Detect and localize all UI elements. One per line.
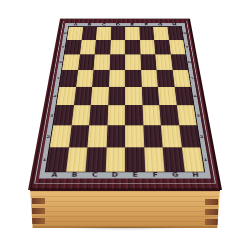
square-e6 [125, 54, 141, 70]
square-b5 [76, 70, 94, 87]
square-h8 [167, 27, 183, 40]
coordinate-label: D [105, 172, 125, 178]
square-f7 [140, 40, 156, 54]
square-b4 [74, 87, 93, 105]
square-c3 [89, 105, 108, 125]
square-f6 [140, 54, 156, 70]
squares-grid [45, 26, 205, 172]
square-c4 [91, 87, 109, 105]
square-d2 [106, 125, 125, 147]
coordinate-label: H [185, 172, 206, 178]
square-h4 [174, 87, 193, 105]
square-c2 [87, 125, 107, 147]
square-e3 [125, 105, 143, 125]
coordinate-label: C [84, 172, 105, 178]
chessboard-lid-top: ABCDEFGH ABCDEFGH 87654321 87654321 [28, 18, 222, 190]
square-d1 [105, 147, 125, 171]
square-f5 [141, 70, 158, 87]
file-labels-bottom: ABCDEFGH [44, 172, 206, 178]
square-b1 [66, 147, 88, 171]
finger-joint [205, 209, 218, 215]
square-b2 [69, 125, 90, 147]
square-c5 [92, 70, 109, 87]
square-e7 [125, 40, 140, 54]
square-e2 [125, 125, 144, 147]
square-f1 [144, 147, 165, 171]
square-f2 [143, 125, 163, 147]
square-e1 [125, 147, 145, 171]
square-b7 [80, 40, 96, 54]
square-b8 [81, 27, 97, 40]
square-f8 [139, 27, 154, 40]
square-c6 [93, 54, 109, 70]
square-h1 [181, 147, 204, 171]
square-e4 [125, 87, 142, 105]
square-c1 [85, 147, 106, 171]
square-d6 [109, 54, 125, 70]
square-h2 [179, 125, 200, 147]
square-d3 [107, 105, 125, 125]
finger-joint [32, 198, 45, 204]
box-side-panel [30, 189, 220, 228]
finger-joint [32, 218, 45, 224]
ground-shadow [36, 227, 216, 232]
coordinate-label: E [125, 172, 145, 178]
finger-joint [32, 208, 45, 214]
square-h5 [172, 70, 190, 87]
coordinate-label: G [165, 172, 186, 178]
square-f3 [142, 105, 161, 125]
square-d5 [109, 70, 125, 87]
square-d8 [110, 27, 125, 40]
square-h6 [170, 54, 188, 70]
coordinate-label: A [44, 172, 65, 178]
square-d4 [108, 87, 125, 105]
square-h3 [176, 105, 196, 125]
square-c8 [96, 27, 111, 40]
coordinate-label: F [145, 172, 166, 178]
square-b6 [78, 54, 95, 70]
chessboard-3d-wrap: ABCDEFGH ABCDEFGH 87654321 87654321 [28, 0, 222, 190]
square-f4 [141, 87, 159, 105]
board-top-edge-highlight [60, 18, 190, 19]
coordinate-label: B [64, 172, 85, 178]
square-e5 [125, 70, 141, 87]
product-photo: ABCDEFGH ABCDEFGH 87654321 87654321 [0, 0, 250, 250]
square-h7 [169, 40, 186, 54]
square-g8 [153, 27, 169, 40]
finger-joint [205, 219, 218, 225]
square-c7 [95, 40, 111, 54]
square-d7 [110, 40, 125, 54]
square-b3 [71, 105, 91, 125]
square-e8 [125, 27, 140, 40]
finger-joint [205, 199, 218, 205]
